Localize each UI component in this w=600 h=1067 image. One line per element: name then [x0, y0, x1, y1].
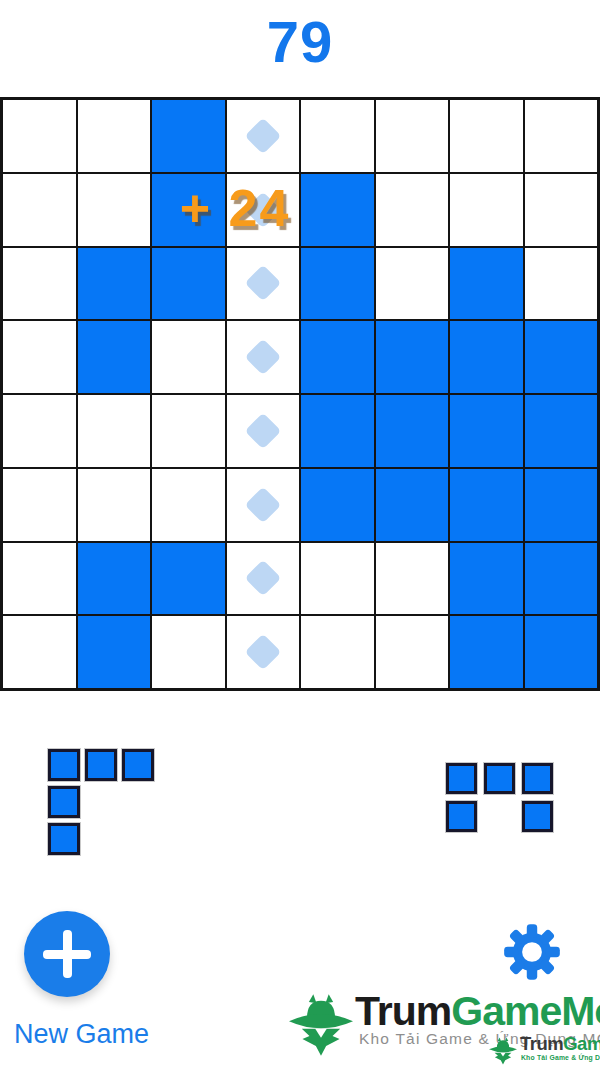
board-cell[interactable] — [450, 616, 523, 688]
board-cell[interactable] — [450, 321, 523, 393]
board-cell[interactable] — [78, 100, 151, 172]
board-cell[interactable] — [376, 469, 449, 541]
board-cell[interactable] — [301, 321, 374, 393]
watermark-brand: TrumGameMod — [355, 988, 600, 1035]
board — [0, 97, 600, 691]
piece-block[interactable] — [484, 763, 515, 794]
watermark-logo-small: TrumGameMod Kho Tải Game & Ứng Dụng MOD … — [486, 1033, 600, 1065]
spy-mascot-icon — [486, 1037, 520, 1065]
board-cell[interactable] — [525, 395, 598, 467]
board-cell[interactable] — [152, 395, 225, 467]
spy-mascot-icon — [289, 985, 353, 1065]
board-cell[interactable] — [450, 543, 523, 615]
new-game-button[interactable] — [24, 911, 110, 997]
board-cell[interactable] — [450, 248, 523, 320]
piece-block[interactable] — [122, 749, 154, 781]
tray-piece-corner-l[interactable] — [48, 749, 154, 855]
board-cell[interactable] — [525, 248, 598, 320]
board-cell[interactable] — [3, 321, 76, 393]
piece-block[interactable] — [522, 801, 553, 832]
piece-block[interactable] — [522, 763, 553, 794]
board-cell[interactable] — [301, 543, 374, 615]
board-cell[interactable] — [450, 395, 523, 467]
board-cell[interactable] — [3, 543, 76, 615]
diamond-icon — [244, 560, 281, 597]
piece-block[interactable] — [446, 801, 477, 832]
board-cell[interactable] — [376, 174, 449, 246]
new-game-label: New Game — [14, 1019, 149, 1050]
board-cell[interactable] — [525, 543, 598, 615]
board-cell[interactable] — [3, 469, 76, 541]
board-cell[interactable] — [301, 100, 374, 172]
board-cell[interactable] — [227, 321, 300, 393]
diamond-icon — [244, 486, 281, 523]
settings-button[interactable] — [503, 923, 561, 981]
board-cell[interactable] — [227, 100, 300, 172]
board-cell[interactable] — [152, 321, 225, 393]
piece-block[interactable] — [48, 786, 80, 818]
diamond-icon — [244, 634, 281, 671]
board-cell[interactable] — [525, 174, 598, 246]
watermark-brand-small: TrumGameMod — [520, 1033, 600, 1055]
board-cell[interactable] — [301, 469, 374, 541]
board-cell[interactable] — [227, 395, 300, 467]
board-cell[interactable] — [3, 616, 76, 688]
board-cell[interactable] — [3, 248, 76, 320]
board-cell[interactable] — [450, 469, 523, 541]
board-cell[interactable] — [227, 469, 300, 541]
board-cell[interactable] — [450, 100, 523, 172]
diamond-icon — [244, 191, 281, 228]
board-cell[interactable] — [376, 543, 449, 615]
diamond-icon — [244, 265, 281, 302]
board-cell[interactable] — [376, 321, 449, 393]
diamond-icon — [244, 339, 281, 376]
board-cell[interactable] — [301, 616, 374, 688]
board-cell[interactable] — [525, 100, 598, 172]
board-cell[interactable] — [376, 395, 449, 467]
board-cell[interactable] — [3, 395, 76, 467]
board-cell[interactable] — [152, 248, 225, 320]
board-cell[interactable] — [3, 174, 76, 246]
board-cell[interactable] — [301, 174, 374, 246]
brand-prefix: Trum — [520, 1033, 563, 1054]
board-cell[interactable] — [227, 248, 300, 320]
board-cell[interactable] — [525, 469, 598, 541]
board-cell[interactable] — [301, 395, 374, 467]
board-cell[interactable] — [376, 616, 449, 688]
board-cell[interactable] — [376, 248, 449, 320]
board-cell[interactable] — [227, 616, 300, 688]
board-cell[interactable] — [152, 100, 225, 172]
plus-icon — [63, 930, 72, 978]
tray-piece-u[interactable] — [446, 763, 553, 832]
board-cell[interactable] — [152, 543, 225, 615]
diamond-icon — [244, 117, 281, 154]
board-cell[interactable] — [525, 321, 598, 393]
watermark-tagline-small: Kho Tải Game & Ứng Dụng MOD APK — [521, 1054, 600, 1061]
board-cell[interactable] — [301, 248, 374, 320]
board-cell[interactable] — [78, 616, 151, 688]
board-cell[interactable] — [3, 100, 76, 172]
board-cell[interactable] — [78, 248, 151, 320]
piece-block[interactable] — [85, 749, 117, 781]
piece-block[interactable] — [446, 763, 477, 794]
board-cell[interactable] — [450, 174, 523, 246]
gear-icon — [503, 923, 561, 981]
board-cell[interactable] — [525, 616, 598, 688]
board-cell[interactable] — [78, 321, 151, 393]
board-cell[interactable] — [78, 543, 151, 615]
brand-suffix: GameMod — [563, 1033, 600, 1054]
board-cell[interactable] — [78, 469, 151, 541]
board-cell[interactable] — [227, 174, 300, 246]
board-cell[interactable] — [152, 469, 225, 541]
score-display: 79 — [0, 8, 600, 75]
brand-prefix: Trum — [355, 988, 451, 1034]
piece-block[interactable] — [48, 749, 80, 781]
brand-suffix: GameMod — [451, 988, 600, 1034]
piece-block[interactable] — [48, 823, 80, 855]
board-cell[interactable] — [78, 395, 151, 467]
diamond-icon — [244, 412, 281, 449]
board-cell[interactable] — [78, 174, 151, 246]
board-cell[interactable] — [152, 174, 225, 246]
board-cell[interactable] — [152, 616, 225, 688]
board-cell[interactable] — [376, 100, 449, 172]
board-cell[interactable] — [227, 543, 300, 615]
